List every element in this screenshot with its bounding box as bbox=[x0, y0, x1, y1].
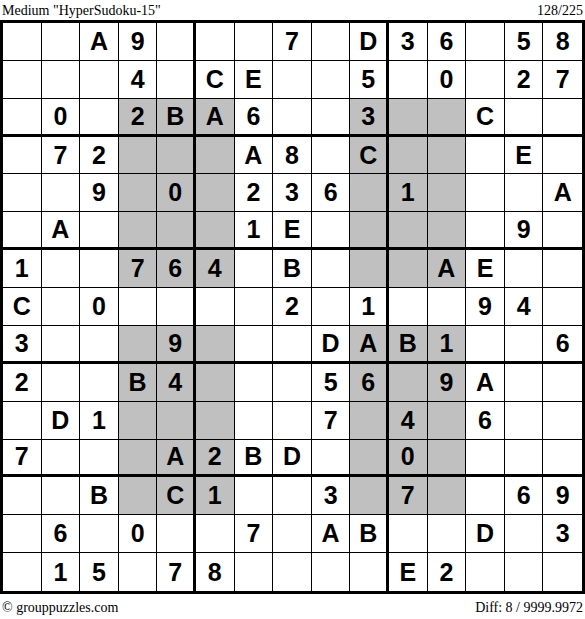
cell-r9c3 bbox=[80, 326, 119, 364]
cell-r4c2: 7 bbox=[42, 137, 81, 175]
cell-r3c2: 0 bbox=[42, 99, 81, 137]
cell-r6c3 bbox=[80, 212, 119, 250]
cell-r10c13: A bbox=[466, 364, 505, 402]
cell-r5c14 bbox=[505, 174, 544, 212]
cell-r13c2 bbox=[42, 477, 81, 515]
cell-r15c12: 2 bbox=[428, 553, 467, 591]
cell-r11c10 bbox=[350, 402, 389, 440]
cell-r15c6: 8 bbox=[196, 553, 235, 591]
cell-r12c10 bbox=[350, 440, 389, 478]
cell-r7c1: 1 bbox=[3, 250, 42, 288]
cell-r10c12: 9 bbox=[428, 364, 467, 402]
cell-r9c14 bbox=[505, 326, 544, 364]
cell-r12c7: B bbox=[235, 440, 274, 478]
cell-r4c13 bbox=[466, 137, 505, 175]
cell-r14c6 bbox=[196, 515, 235, 553]
cell-r4c1 bbox=[3, 137, 42, 175]
cell-r10c9: 5 bbox=[312, 364, 351, 402]
cell-r6c11 bbox=[389, 212, 428, 250]
cell-r15c2: 1 bbox=[42, 553, 81, 591]
cell-r9c2 bbox=[42, 326, 81, 364]
cell-r14c7: 7 bbox=[235, 515, 274, 553]
cell-r6c7: 1 bbox=[235, 212, 274, 250]
cell-r12c6: 2 bbox=[196, 440, 235, 478]
difficulty-label: Diff: 8 / 9999.9972 bbox=[475, 600, 583, 616]
cell-r6c14: 9 bbox=[505, 212, 544, 250]
cell-r3c10: 3 bbox=[350, 99, 389, 137]
cell-r6c1 bbox=[3, 212, 42, 250]
cell-r15c13 bbox=[466, 553, 505, 591]
cell-r2c15: 7 bbox=[543, 61, 582, 99]
cell-r3c1 bbox=[3, 99, 42, 137]
cell-r12c15 bbox=[543, 440, 582, 478]
cell-r13c4 bbox=[119, 477, 158, 515]
cell-r12c2 bbox=[42, 440, 81, 478]
cell-r11c6 bbox=[196, 402, 235, 440]
cell-r15c15 bbox=[543, 553, 582, 591]
cell-r8c7 bbox=[235, 288, 274, 326]
cell-r2c8 bbox=[273, 61, 312, 99]
cell-r7c14 bbox=[505, 250, 544, 288]
cell-r9c11: B bbox=[389, 326, 428, 364]
cell-r15c10 bbox=[350, 553, 389, 591]
cell-r2c9 bbox=[312, 61, 351, 99]
cell-r1c13 bbox=[466, 23, 505, 61]
cell-r11c3: 1 bbox=[80, 402, 119, 440]
cell-r6c2: A bbox=[42, 212, 81, 250]
cell-r2c10: 5 bbox=[350, 61, 389, 99]
cell-r14c9: A bbox=[312, 515, 351, 553]
cell-r4c9 bbox=[312, 137, 351, 175]
cell-r15c1 bbox=[3, 553, 42, 591]
cell-r2c5 bbox=[157, 61, 196, 99]
cell-r7c5: 6 bbox=[157, 250, 196, 288]
cell-r10c14 bbox=[505, 364, 544, 402]
cell-r8c3: 0 bbox=[80, 288, 119, 326]
cell-r3c4: 2 bbox=[119, 99, 158, 137]
cell-r4c4 bbox=[119, 137, 158, 175]
cell-r1c11: 3 bbox=[389, 23, 428, 61]
cell-r1c10: D bbox=[350, 23, 389, 61]
cell-r3c11 bbox=[389, 99, 428, 137]
cell-r6c8: E bbox=[273, 212, 312, 250]
cell-r14c4: 0 bbox=[119, 515, 158, 553]
cell-r4c11 bbox=[389, 137, 428, 175]
cell-r8c15 bbox=[543, 288, 582, 326]
cell-r14c12 bbox=[428, 515, 467, 553]
cell-r8c9 bbox=[312, 288, 351, 326]
cell-r7c7 bbox=[235, 250, 274, 288]
hypersudoku-board: A97D36584CE502702BA63C72A8CE902361AA1E91… bbox=[0, 20, 585, 594]
cell-r8c6 bbox=[196, 288, 235, 326]
cell-r6c12 bbox=[428, 212, 467, 250]
cell-r2c1 bbox=[3, 61, 42, 99]
cell-r7c11 bbox=[389, 250, 428, 288]
cell-r1c7 bbox=[235, 23, 274, 61]
cell-r2c13 bbox=[466, 61, 505, 99]
cell-r10c8 bbox=[273, 364, 312, 402]
cell-r7c2 bbox=[42, 250, 81, 288]
cell-r14c11 bbox=[389, 515, 428, 553]
cell-r8c8: 2 bbox=[273, 288, 312, 326]
cell-r1c12: 6 bbox=[428, 23, 467, 61]
cell-r2c2 bbox=[42, 61, 81, 99]
cell-r2c14: 2 bbox=[505, 61, 544, 99]
cell-r5c15: A bbox=[543, 174, 582, 212]
cell-r4c10: C bbox=[350, 137, 389, 175]
cell-r2c12: 0 bbox=[428, 61, 467, 99]
cell-r13c15: 9 bbox=[543, 477, 582, 515]
cell-r1c3: A bbox=[80, 23, 119, 61]
cell-r5c4 bbox=[119, 174, 158, 212]
cell-r10c7 bbox=[235, 364, 274, 402]
cell-r3c8 bbox=[273, 99, 312, 137]
cell-r10c10: 6 bbox=[350, 364, 389, 402]
cell-r4c7: A bbox=[235, 137, 274, 175]
cell-r3c15 bbox=[543, 99, 582, 137]
cell-r4c6 bbox=[196, 137, 235, 175]
cell-r4c14: E bbox=[505, 137, 544, 175]
cell-r5c12 bbox=[428, 174, 467, 212]
cell-r12c5: A bbox=[157, 440, 196, 478]
cell-r9c9: D bbox=[312, 326, 351, 364]
cell-r12c13 bbox=[466, 440, 505, 478]
cell-r11c5 bbox=[157, 402, 196, 440]
cell-r3c12 bbox=[428, 99, 467, 137]
cell-r12c8: D bbox=[273, 440, 312, 478]
cell-r6c4 bbox=[119, 212, 158, 250]
cell-r8c13: 9 bbox=[466, 288, 505, 326]
cell-r10c3 bbox=[80, 364, 119, 402]
cell-r12c11: 0 bbox=[389, 440, 428, 478]
page-header: Medium "HyperSudoku-15" 128/225 bbox=[0, 0, 585, 20]
puzzle-title: Medium "HyperSudoku-15" bbox=[2, 3, 161, 19]
cell-r3c9 bbox=[312, 99, 351, 137]
cell-r8c12 bbox=[428, 288, 467, 326]
cell-r7c12: A bbox=[428, 250, 467, 288]
cell-r5c7: 2 bbox=[235, 174, 274, 212]
cell-r3c7: 6 bbox=[235, 99, 274, 137]
cell-r11c12 bbox=[428, 402, 467, 440]
cell-r11c8 bbox=[273, 402, 312, 440]
cell-r7c15 bbox=[543, 250, 582, 288]
cell-r14c10: B bbox=[350, 515, 389, 553]
cell-r10c15 bbox=[543, 364, 582, 402]
cell-r15c4 bbox=[119, 553, 158, 591]
cell-r13c14: 6 bbox=[505, 477, 544, 515]
cell-r11c9: 7 bbox=[312, 402, 351, 440]
cell-r13c13 bbox=[466, 477, 505, 515]
cell-r9c15: 6 bbox=[543, 326, 582, 364]
cell-r14c2: 6 bbox=[42, 515, 81, 553]
cell-r1c2 bbox=[42, 23, 81, 61]
cell-r2c4: 4 bbox=[119, 61, 158, 99]
cell-r1c8: 7 bbox=[273, 23, 312, 61]
cell-r15c9 bbox=[312, 553, 351, 591]
blank-cell-counter: 128/225 bbox=[537, 3, 583, 19]
cell-r7c6: 4 bbox=[196, 250, 235, 288]
cell-r7c3 bbox=[80, 250, 119, 288]
cell-r6c10 bbox=[350, 212, 389, 250]
copyright-label: © grouppuzzles.com bbox=[2, 600, 118, 616]
cell-r7c10 bbox=[350, 250, 389, 288]
cell-r9c1: 3 bbox=[3, 326, 42, 364]
cell-r14c1 bbox=[3, 515, 42, 553]
cell-r2c6: C bbox=[196, 61, 235, 99]
cell-r13c3: B bbox=[80, 477, 119, 515]
cell-r14c3 bbox=[80, 515, 119, 553]
cell-r5c13 bbox=[466, 174, 505, 212]
cell-r15c3: 5 bbox=[80, 553, 119, 591]
cell-r15c5: 7 bbox=[157, 553, 196, 591]
cell-r9c6 bbox=[196, 326, 235, 364]
cell-r12c9 bbox=[312, 440, 351, 478]
cell-r3c6: A bbox=[196, 99, 235, 137]
cell-r14c15: 3 bbox=[543, 515, 582, 553]
cell-r1c14: 5 bbox=[505, 23, 544, 61]
cell-r11c2: D bbox=[42, 402, 81, 440]
cell-r7c9 bbox=[312, 250, 351, 288]
cell-r4c8: 8 bbox=[273, 137, 312, 175]
cell-r11c15 bbox=[543, 402, 582, 440]
cell-r14c5 bbox=[157, 515, 196, 553]
cell-r8c1: C bbox=[3, 288, 42, 326]
cell-r13c8 bbox=[273, 477, 312, 515]
cell-r4c12 bbox=[428, 137, 467, 175]
cell-r12c12 bbox=[428, 440, 467, 478]
cell-r7c8: B bbox=[273, 250, 312, 288]
cell-r12c1: 7 bbox=[3, 440, 42, 478]
cell-r15c14 bbox=[505, 553, 544, 591]
cell-r5c3: 9 bbox=[80, 174, 119, 212]
cell-r13c5: C bbox=[157, 477, 196, 515]
cell-r8c11 bbox=[389, 288, 428, 326]
cell-r1c15: 8 bbox=[543, 23, 582, 61]
cell-r10c1: 2 bbox=[3, 364, 42, 402]
cell-r5c8: 3 bbox=[273, 174, 312, 212]
cell-r8c2 bbox=[42, 288, 81, 326]
cell-r10c5: 4 bbox=[157, 364, 196, 402]
cell-r13c11: 7 bbox=[389, 477, 428, 515]
cell-r5c5: 0 bbox=[157, 174, 196, 212]
cell-r12c4 bbox=[119, 440, 158, 478]
cell-r11c11: 4 bbox=[389, 402, 428, 440]
cell-r14c13: D bbox=[466, 515, 505, 553]
cell-r11c4 bbox=[119, 402, 158, 440]
cell-r3c14 bbox=[505, 99, 544, 137]
cell-r13c1 bbox=[3, 477, 42, 515]
cell-r5c11: 1 bbox=[389, 174, 428, 212]
cell-r1c5 bbox=[157, 23, 196, 61]
cell-r11c13: 6 bbox=[466, 402, 505, 440]
cell-r5c6 bbox=[196, 174, 235, 212]
cell-r7c13: E bbox=[466, 250, 505, 288]
page-footer: © grouppuzzles.com Diff: 8 / 9999.9972 bbox=[0, 594, 585, 619]
cell-r3c13: C bbox=[466, 99, 505, 137]
cell-r2c3 bbox=[80, 61, 119, 99]
cell-r9c10: A bbox=[350, 326, 389, 364]
cell-r9c4 bbox=[119, 326, 158, 364]
cell-r6c9 bbox=[312, 212, 351, 250]
cell-r11c14 bbox=[505, 402, 544, 440]
cell-r9c13 bbox=[466, 326, 505, 364]
cell-r8c4 bbox=[119, 288, 158, 326]
cell-r5c9: 6 bbox=[312, 174, 351, 212]
cell-r14c14 bbox=[505, 515, 544, 553]
cell-r8c14: 4 bbox=[505, 288, 544, 326]
cell-r13c7 bbox=[235, 477, 274, 515]
cell-r9c5: 9 bbox=[157, 326, 196, 364]
cell-r5c1 bbox=[3, 174, 42, 212]
cell-r9c12: 1 bbox=[428, 326, 467, 364]
cell-r6c6 bbox=[196, 212, 235, 250]
cell-r15c7 bbox=[235, 553, 274, 591]
cell-r9c8 bbox=[273, 326, 312, 364]
cell-r10c2 bbox=[42, 364, 81, 402]
cell-r1c9 bbox=[312, 23, 351, 61]
cell-r3c5: B bbox=[157, 99, 196, 137]
cell-r6c15 bbox=[543, 212, 582, 250]
cell-r2c11 bbox=[389, 61, 428, 99]
cell-r13c12 bbox=[428, 477, 467, 515]
cell-r6c13 bbox=[466, 212, 505, 250]
cell-r1c1 bbox=[3, 23, 42, 61]
cell-r8c5 bbox=[157, 288, 196, 326]
cell-r4c15 bbox=[543, 137, 582, 175]
cell-r13c6: 1 bbox=[196, 477, 235, 515]
cell-r15c8 bbox=[273, 553, 312, 591]
cell-r8c10: 1 bbox=[350, 288, 389, 326]
cell-r11c1 bbox=[3, 402, 42, 440]
cell-r6c5 bbox=[157, 212, 196, 250]
cell-r9c7 bbox=[235, 326, 274, 364]
cell-r12c14 bbox=[505, 440, 544, 478]
cell-r11c7 bbox=[235, 402, 274, 440]
cell-r10c4: B bbox=[119, 364, 158, 402]
cell-r10c6 bbox=[196, 364, 235, 402]
cell-r3c3 bbox=[80, 99, 119, 137]
cell-r2c7: E bbox=[235, 61, 274, 99]
cell-r1c6 bbox=[196, 23, 235, 61]
cell-r13c10 bbox=[350, 477, 389, 515]
cell-r12c3 bbox=[80, 440, 119, 478]
cell-r1c4: 9 bbox=[119, 23, 158, 61]
cell-r10c11 bbox=[389, 364, 428, 402]
cell-r14c8 bbox=[273, 515, 312, 553]
cell-r4c3: 2 bbox=[80, 137, 119, 175]
cell-r4c5 bbox=[157, 137, 196, 175]
cell-r5c2 bbox=[42, 174, 81, 212]
cell-r5c10 bbox=[350, 174, 389, 212]
cell-r15c11: E bbox=[389, 553, 428, 591]
cell-r13c9: 3 bbox=[312, 477, 351, 515]
cell-r7c4: 7 bbox=[119, 250, 158, 288]
